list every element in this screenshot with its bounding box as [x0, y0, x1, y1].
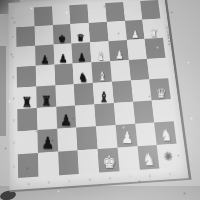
square-f6[interactable]: ♟: [108, 40, 128, 61]
square-e5[interactable]: ♝: [91, 61, 111, 83]
black-king-c7[interactable]: ♚: [58, 34, 66, 44]
square-f4[interactable]: [112, 81, 133, 103]
square-b1[interactable]: [38, 152, 59, 177]
photo-scene: ♚♛♟♜♟♟♟♝♟♞♝♜♜♝♛♟♟♟♞♚♞✺ 87654321 abcdefgh…: [0, 0, 200, 200]
square-a1[interactable]: [18, 153, 39, 178]
square-d2[interactable]: [76, 126, 97, 150]
square-f7[interactable]: [107, 21, 127, 41]
square-f2[interactable]: ♟: [115, 124, 137, 148]
square-a2[interactable]: [18, 130, 38, 154]
rank-label-5: 5: [12, 75, 14, 79]
board-brand: ◇CHESS: [164, 25, 171, 46]
square-g8[interactable]: [123, 1, 143, 21]
square-h5[interactable]: [147, 58, 168, 80]
square-g3[interactable]: [133, 101, 155, 124]
square-b8[interactable]: [34, 6, 53, 26]
square-b3[interactable]: [37, 107, 57, 130]
black-rook-a4[interactable]: ♜: [22, 95, 33, 109]
black-rook-b4[interactable]: ♜: [41, 94, 52, 108]
rank-label-6: 6: [12, 55, 14, 59]
rank-label-1: 1: [13, 164, 15, 169]
square-h8[interactable]: [140, 0, 160, 20]
square-c6[interactable]: ♟: [53, 43, 72, 64]
square-h1[interactable]: ✺: [157, 144, 180, 169]
white-knight-h2[interactable]: ♞: [160, 128, 173, 144]
background-table-edge-left: [0, 46, 6, 136]
white-bishop-e6[interactable]: ♝: [96, 51, 105, 62]
square-d8[interactable]: [69, 4, 88, 24]
rank-label-3: 3: [13, 118, 15, 123]
square-c3[interactable]: ♟: [56, 105, 76, 128]
square-d6[interactable]: ♟: [72, 42, 92, 63]
square-b5[interactable]: [35, 65, 55, 87]
square-g4[interactable]: [131, 79, 152, 101]
square-b6[interactable]: ♟: [35, 45, 54, 66]
black-pawn-c6[interactable]: ♟: [59, 53, 68, 64]
square-c2[interactable]: [57, 128, 78, 152]
board-perspective-wrap: ♚♛♟♜♟♟♟♝♟♞♝♜♜♝♛♟♟♟♞♚♞✺ 87654321 abcdefgh…: [8, 0, 191, 192]
square-a6[interactable]: [16, 46, 35, 67]
square-h2[interactable]: ♞: [154, 121, 176, 145]
black-pawn-b2[interactable]: ♟: [41, 136, 54, 152]
square-e6[interactable]: ♝: [90, 41, 110, 62]
square-a7[interactable]: [16, 26, 35, 47]
square-e8[interactable]: [87, 3, 106, 23]
square-e1[interactable]: ♚: [98, 148, 120, 173]
square-h4[interactable]: ♛: [149, 78, 171, 100]
square-f3[interactable]: [114, 102, 135, 125]
rank-label-8: 8: [12, 16, 14, 20]
white-rook-h7[interactable]: ♜: [150, 28, 158, 38]
square-f1[interactable]: [117, 146, 139, 171]
rank-label-4: 4: [12, 96, 14, 100]
board-compass-logo-icon: ✺: [163, 149, 174, 164]
black-bishop-e4[interactable]: ♝: [99, 90, 110, 104]
white-pawn-f6[interactable]: ♟: [115, 49, 124, 60]
square-h7[interactable]: ♜: [143, 19, 163, 39]
white-queen-h4[interactable]: ♛: [156, 86, 167, 100]
square-d1[interactable]: [78, 149, 100, 174]
rank-label-2: 2: [13, 141, 15, 146]
square-h3[interactable]: [152, 99, 174, 122]
black-knight-d5[interactable]: ♞: [78, 71, 88, 83]
square-f8[interactable]: [105, 2, 125, 22]
square-c1[interactable]: [58, 150, 79, 175]
square-e3[interactable]: [94, 103, 115, 126]
square-h6[interactable]: [145, 38, 166, 59]
file-label-e: e: [109, 175, 111, 180]
file-label-c: c: [68, 178, 70, 183]
file-label-a: a: [27, 181, 29, 186]
file-label-g: g: [149, 172, 152, 177]
square-g6[interactable]: [127, 39, 148, 60]
square-c5[interactable]: [54, 63, 74, 85]
square-b2[interactable]: ♟: [37, 129, 58, 153]
square-g5[interactable]: [129, 59, 150, 81]
square-a3[interactable]: [17, 108, 37, 131]
black-pawn-c3[interactable]: ♟: [61, 113, 73, 128]
square-e4[interactable]: ♝: [93, 82, 114, 104]
square-e2[interactable]: [96, 125, 117, 149]
square-b7[interactable]: [34, 25, 53, 46]
square-c4[interactable]: [55, 84, 75, 107]
square-d5[interactable]: ♞: [73, 62, 93, 84]
file-label-f: f: [129, 174, 131, 179]
rank-label-7: 7: [12, 35, 14, 39]
square-a5[interactable]: [17, 66, 36, 88]
square-a4[interactable]: ♜: [17, 87, 37, 110]
file-label-d: d: [88, 176, 90, 181]
square-g2[interactable]: [135, 122, 157, 146]
brand-label: CHESS: [166, 30, 172, 46]
square-d7[interactable]: ♛: [71, 23, 90, 44]
square-c7[interactable]: ♚: [52, 24, 71, 45]
square-g1[interactable]: ♞: [137, 145, 159, 170]
board-grid: ♚♛♟♜♟♟♟♝♟♞♝♜♜♝♛♟♟♟♞♚♞✺: [16, 0, 180, 178]
square-f5[interactable]: [110, 60, 131, 82]
white-pawn-g7[interactable]: ♟: [132, 30, 140, 40]
white-pawn-f2[interactable]: ♟: [121, 131, 134, 147]
square-e7[interactable]: [89, 22, 109, 42]
black-pawn-b6[interactable]: ♟: [40, 54, 49, 65]
square-b4[interactable]: ♜: [36, 85, 56, 108]
square-a8[interactable]: [16, 7, 34, 27]
black-queen-d7[interactable]: ♛: [77, 33, 85, 43]
square-d4[interactable]: [74, 83, 94, 106]
white-king-e1[interactable]: ♚: [102, 154, 116, 172]
white-knight-g1[interactable]: ♞: [143, 152, 157, 170]
white-bishop-e5[interactable]: ♝: [97, 70, 107, 82]
square-c8[interactable]: [52, 5, 71, 25]
square-g7[interactable]: ♟: [125, 20, 145, 40]
black-pawn-d6[interactable]: ♟: [78, 52, 87, 63]
file-label-b: b: [48, 179, 50, 184]
square-d3[interactable]: [75, 104, 96, 127]
chess-board: ♚♛♟♜♟♟♟♝♟♞♝♜♜♝♛♟♟♟♞♚♞✺ 87654321 abcdefgh…: [8, 0, 191, 192]
file-label-h: h: [169, 171, 172, 176]
